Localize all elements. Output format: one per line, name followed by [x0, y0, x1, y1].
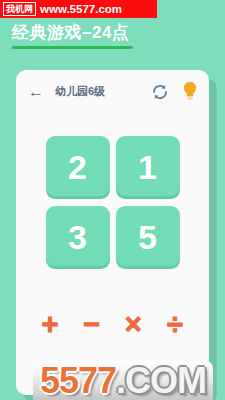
multiply-button[interactable]: × — [115, 306, 151, 342]
number-tile-grid: 2 1 3 5 — [46, 136, 180, 269]
card-header: ← 幼儿园6级 — [26, 81, 198, 102]
game-card: ← 幼儿园6级 2 1 3 5 + − × ÷ — [16, 70, 209, 395]
site-badge: 我机网 — [3, 2, 36, 16]
number-tile-2[interactable]: 1 — [116, 136, 180, 199]
hint-button[interactable] — [182, 81, 198, 102]
plus-button[interactable]: + — [32, 306, 68, 342]
number-tile-4[interactable]: 5 — [116, 206, 180, 269]
watermark-brand: 5577 — [40, 360, 116, 400]
refresh-button[interactable] — [151, 83, 169, 101]
divide-button[interactable]: ÷ — [157, 306, 193, 342]
back-button[interactable]: ← — [26, 83, 46, 101]
watermark-suffix: .COM — [116, 360, 206, 400]
page-title: 经典游戏–24点 — [12, 21, 133, 44]
operator-row: + − × ÷ — [32, 306, 193, 342]
title-underline — [12, 46, 133, 49]
number-tile-1[interactable]: 2 — [46, 136, 110, 199]
page-title-block: 经典游戏–24点 — [12, 21, 133, 49]
number-tile-3[interactable]: 3 — [46, 206, 110, 269]
watermark-band: 5577.COM — [33, 361, 213, 400]
watermark-text: 5577.COM — [40, 361, 206, 400]
lightbulb-icon — [182, 81, 198, 102]
site-url: www.5577.com — [40, 3, 122, 15]
site-top-bar: 我机网 www.5577.com — [0, 0, 157, 18]
minus-button[interactable]: − — [74, 306, 110, 342]
refresh-icon — [151, 83, 169, 101]
level-label: 幼儿园6级 — [55, 84, 105, 99]
